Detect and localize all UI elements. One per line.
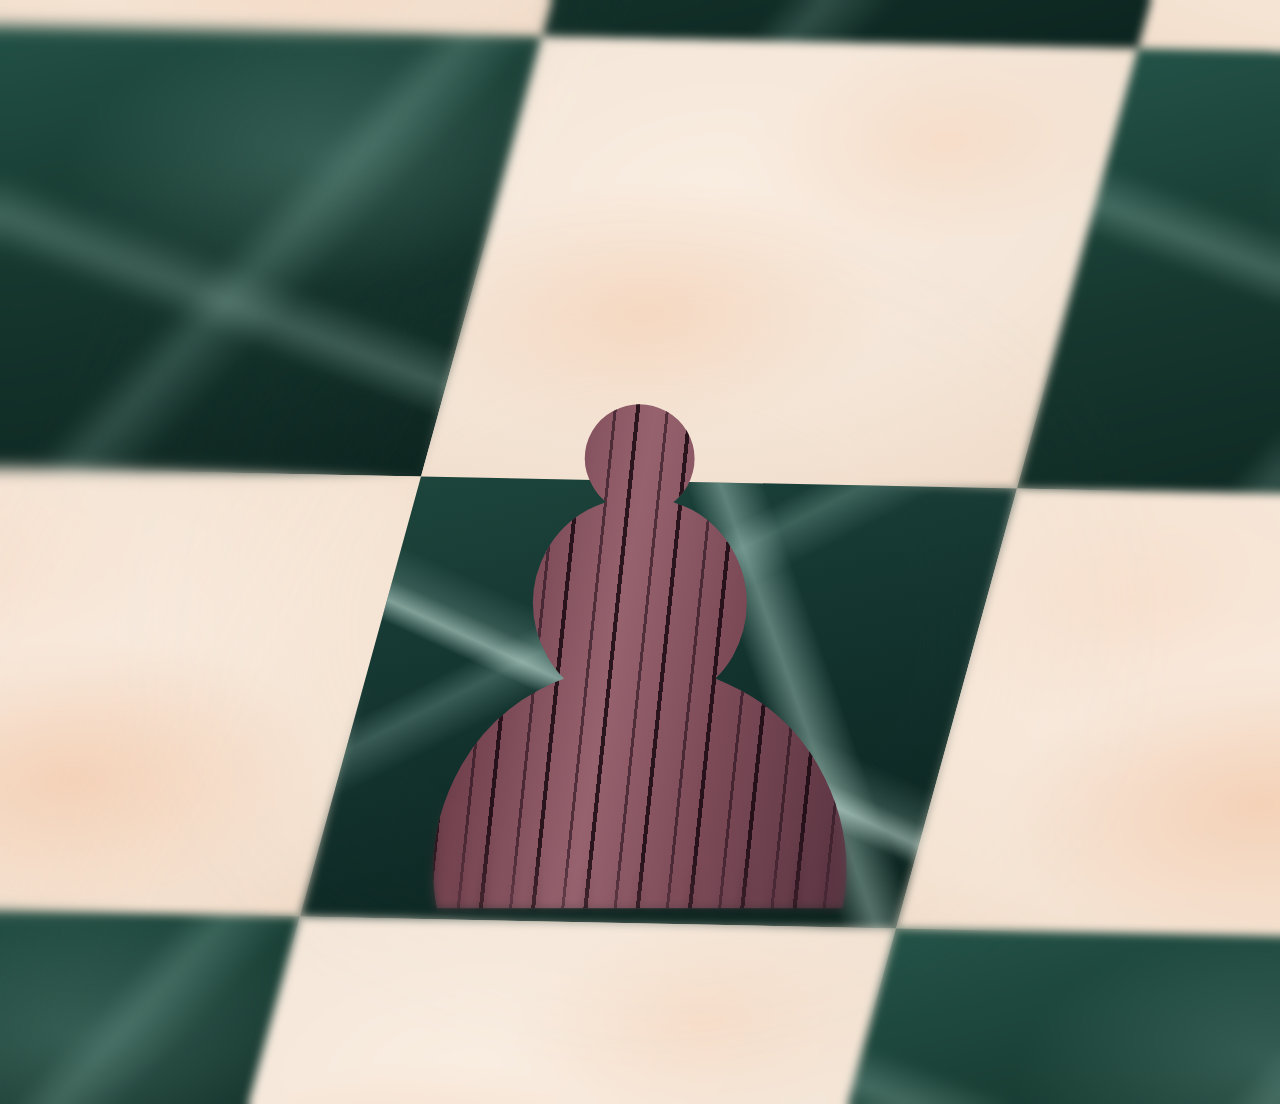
- piece-layer: ♟: [0, 0, 1280, 1104]
- black-pawn[interactable]: ♟: [260, 120, 1020, 870]
- photo-frame: ♟: [0, 0, 1280, 1104]
- black-pawn-glyph: ♟: [331, 325, 950, 1015]
